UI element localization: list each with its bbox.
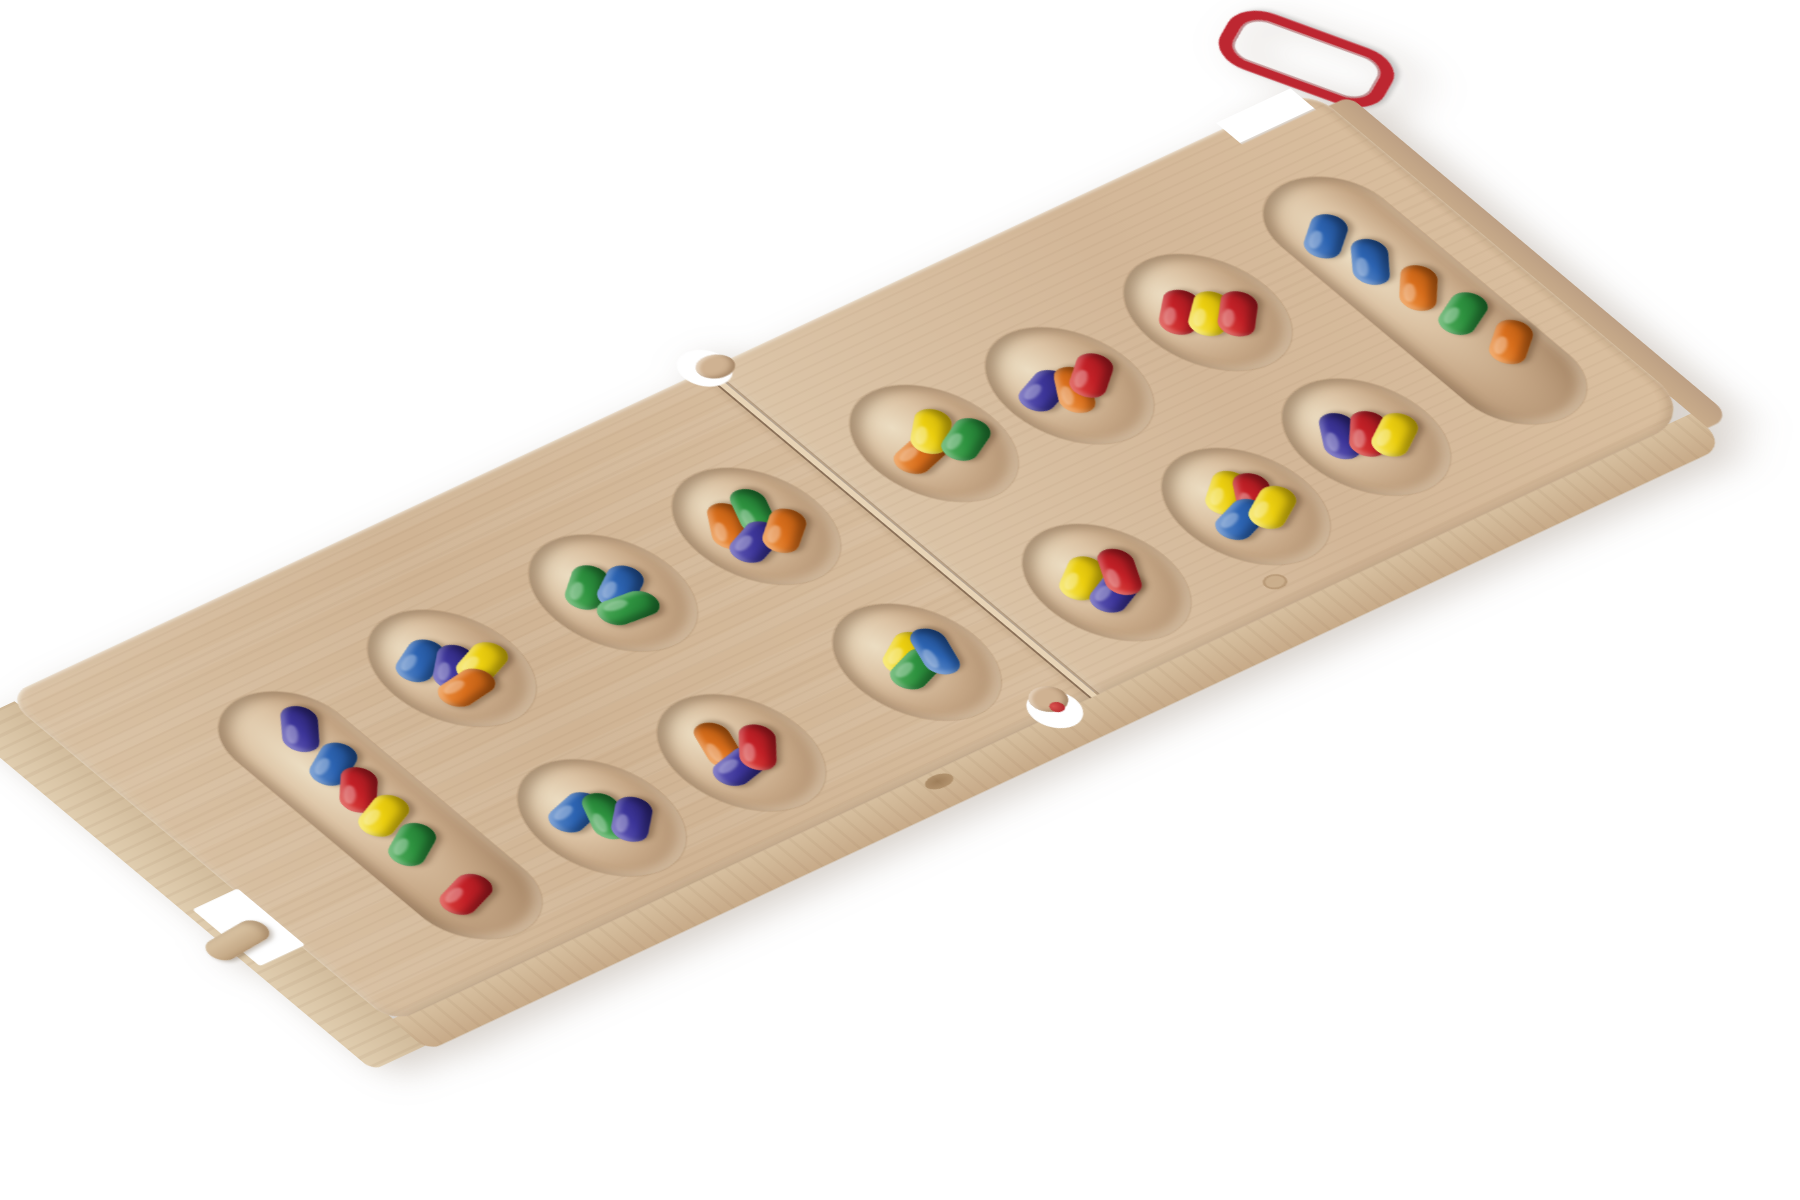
mancala-board [4,89,1698,1024]
seed-red [738,722,776,772]
scene [0,0,1800,1200]
